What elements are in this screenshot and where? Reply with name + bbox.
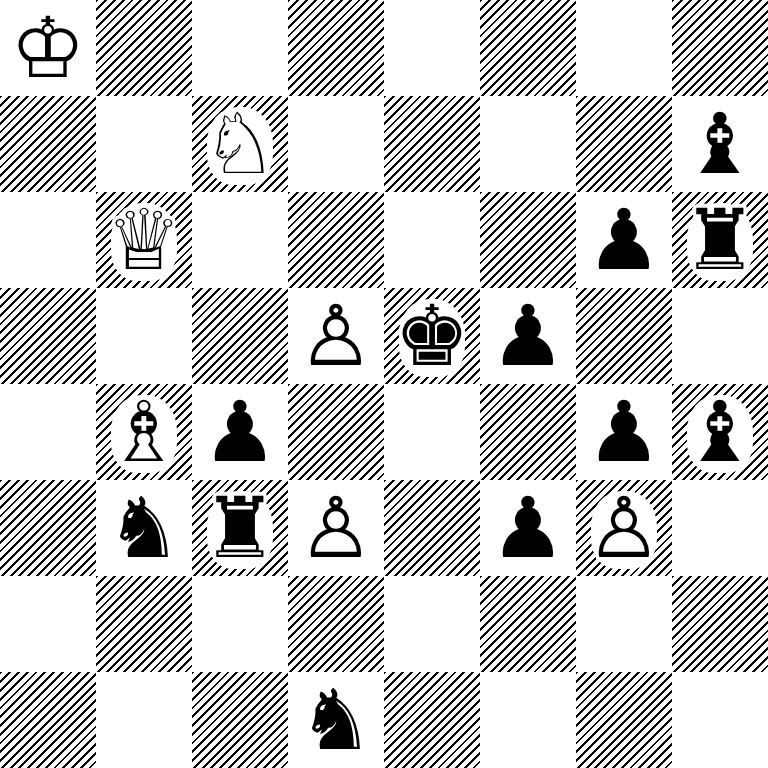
square-a8[interactable]: ♔ bbox=[0, 0, 96, 96]
square-b8[interactable] bbox=[96, 0, 192, 96]
square-b1[interactable] bbox=[96, 672, 192, 768]
piece-white-bishop[interactable]: ♗ bbox=[106, 384, 181, 480]
piece-black-rook[interactable]: ♜ bbox=[682, 192, 757, 288]
square-f6[interactable] bbox=[480, 192, 576, 288]
square-h1[interactable] bbox=[672, 672, 768, 768]
piece-black-pawn[interactable]: ♟ bbox=[586, 384, 661, 480]
piece-black-knight[interactable]: ♞ bbox=[106, 480, 181, 576]
square-c5[interactable] bbox=[192, 288, 288, 384]
piece-black-knight[interactable]: ♞ bbox=[298, 672, 373, 768]
square-e3[interactable] bbox=[384, 480, 480, 576]
square-b4[interactable]: ♗ bbox=[96, 384, 192, 480]
square-d8[interactable] bbox=[288, 0, 384, 96]
square-h7[interactable]: ♝ bbox=[672, 96, 768, 192]
square-g3[interactable]: ♙ bbox=[576, 480, 672, 576]
square-g8[interactable] bbox=[576, 0, 672, 96]
square-c8[interactable] bbox=[192, 0, 288, 96]
piece-white-pawn[interactable]: ♙ bbox=[298, 288, 373, 384]
square-e4[interactable] bbox=[384, 384, 480, 480]
piece-black-pawn[interactable]: ♟ bbox=[490, 480, 565, 576]
square-f8[interactable] bbox=[480, 0, 576, 96]
square-f1[interactable] bbox=[480, 672, 576, 768]
square-a1[interactable] bbox=[0, 672, 96, 768]
square-c3[interactable]: ♜ bbox=[192, 480, 288, 576]
piece-black-bishop[interactable]: ♝ bbox=[682, 384, 757, 480]
square-f7[interactable] bbox=[480, 96, 576, 192]
square-a7[interactable] bbox=[0, 96, 96, 192]
square-b7[interactable] bbox=[96, 96, 192, 192]
square-h8[interactable] bbox=[672, 0, 768, 96]
square-e8[interactable] bbox=[384, 0, 480, 96]
square-d7[interactable] bbox=[288, 96, 384, 192]
square-d1[interactable]: ♞ bbox=[288, 672, 384, 768]
piece-white-pawn[interactable]: ♙ bbox=[586, 480, 661, 576]
square-a6[interactable] bbox=[0, 192, 96, 288]
square-c7[interactable]: ♘ bbox=[192, 96, 288, 192]
square-h6[interactable]: ♜ bbox=[672, 192, 768, 288]
square-e7[interactable] bbox=[384, 96, 480, 192]
square-c4[interactable]: ♟ bbox=[192, 384, 288, 480]
square-g6[interactable]: ♟ bbox=[576, 192, 672, 288]
square-b2[interactable] bbox=[96, 576, 192, 672]
square-h5[interactable] bbox=[672, 288, 768, 384]
square-b6[interactable]: ♕ bbox=[96, 192, 192, 288]
square-f5[interactable]: ♟ bbox=[480, 288, 576, 384]
square-a2[interactable] bbox=[0, 576, 96, 672]
square-g1[interactable] bbox=[576, 672, 672, 768]
square-d3[interactable]: ♙ bbox=[288, 480, 384, 576]
square-g7[interactable] bbox=[576, 96, 672, 192]
square-e6[interactable] bbox=[384, 192, 480, 288]
square-a4[interactable] bbox=[0, 384, 96, 480]
square-c6[interactable] bbox=[192, 192, 288, 288]
piece-white-queen[interactable]: ♕ bbox=[106, 192, 181, 288]
square-b3[interactable]: ♞ bbox=[96, 480, 192, 576]
square-c2[interactable] bbox=[192, 576, 288, 672]
square-e5[interactable]: ♚ bbox=[384, 288, 480, 384]
piece-white-knight[interactable]: ♘ bbox=[202, 96, 277, 192]
square-f2[interactable] bbox=[480, 576, 576, 672]
piece-black-king[interactable]: ♚ bbox=[394, 288, 469, 384]
piece-white-king[interactable]: ♔ bbox=[10, 0, 85, 96]
square-g4[interactable]: ♟ bbox=[576, 384, 672, 480]
piece-white-pawn[interactable]: ♙ bbox=[298, 480, 373, 576]
square-a5[interactable] bbox=[0, 288, 96, 384]
square-g2[interactable] bbox=[576, 576, 672, 672]
chess-board: ♔♘♝♕♟♜♙♚♟♗♟♟♝♞♜♙♟♙♞ bbox=[0, 0, 768, 768]
square-d6[interactable] bbox=[288, 192, 384, 288]
square-a3[interactable] bbox=[0, 480, 96, 576]
piece-black-pawn[interactable]: ♟ bbox=[202, 384, 277, 480]
square-h4[interactable]: ♝ bbox=[672, 384, 768, 480]
piece-black-pawn[interactable]: ♟ bbox=[490, 288, 565, 384]
square-f3[interactable]: ♟ bbox=[480, 480, 576, 576]
square-b5[interactable] bbox=[96, 288, 192, 384]
square-d2[interactable] bbox=[288, 576, 384, 672]
square-e1[interactable] bbox=[384, 672, 480, 768]
piece-black-pawn[interactable]: ♟ bbox=[586, 192, 661, 288]
square-h2[interactable] bbox=[672, 576, 768, 672]
piece-black-bishop[interactable]: ♝ bbox=[682, 96, 757, 192]
square-f4[interactable] bbox=[480, 384, 576, 480]
square-d5[interactable]: ♙ bbox=[288, 288, 384, 384]
piece-black-rook[interactable]: ♜ bbox=[202, 480, 277, 576]
square-g5[interactable] bbox=[576, 288, 672, 384]
square-c1[interactable] bbox=[192, 672, 288, 768]
square-h3[interactable] bbox=[672, 480, 768, 576]
square-e2[interactable] bbox=[384, 576, 480, 672]
square-d4[interactable] bbox=[288, 384, 384, 480]
